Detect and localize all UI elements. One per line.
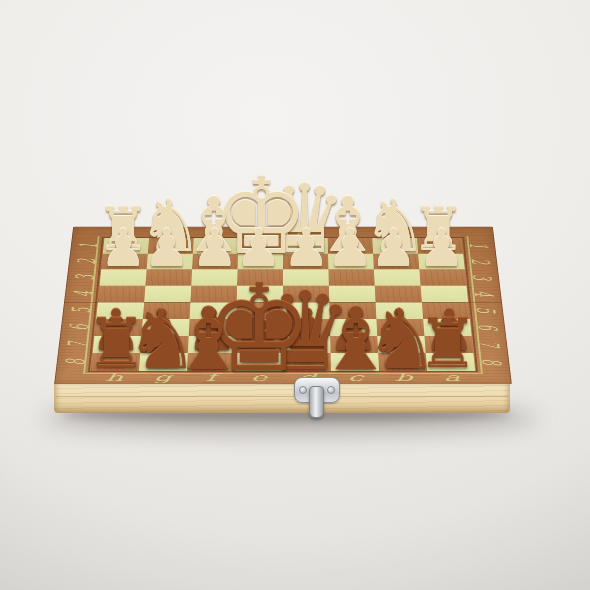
square-d1 (283, 238, 328, 254)
file-label-g: g (138, 371, 187, 384)
clasp-latch (294, 377, 340, 423)
square-g2 (147, 254, 193, 270)
square-e3 (237, 269, 283, 285)
square-g5 (143, 302, 191, 319)
square-c7 (330, 336, 378, 353)
rank-label-8: 8 (467, 356, 516, 369)
chess-board: hgfedcba hgfedcba 12345678 12345678 (54, 227, 512, 384)
square-g8 (139, 353, 188, 371)
square-b3 (374, 269, 421, 285)
square-f2 (192, 254, 238, 270)
rank-label-7: 7 (465, 338, 514, 350)
latch-hasp (309, 386, 324, 418)
square-b8 (378, 353, 427, 371)
square-d6 (283, 319, 330, 336)
square-b4 (375, 286, 422, 302)
square-e1 (238, 238, 283, 254)
square-c5 (329, 302, 376, 319)
square-d7 (283, 336, 331, 353)
square-c4 (329, 286, 376, 302)
square-f1 (193, 238, 238, 254)
file-label-f: f (186, 371, 235, 384)
rank-label-6: 6 (463, 321, 511, 333)
square-c3 (328, 269, 374, 285)
file-label-far-g: g (149, 227, 194, 238)
square-f5 (190, 302, 237, 319)
square-d8 (283, 353, 331, 371)
square-e5 (236, 302, 283, 319)
file-label-b: b (379, 371, 428, 384)
rank-label-2: 2 (63, 256, 110, 267)
square-b1 (372, 238, 418, 254)
rank-label-3: 3 (61, 272, 108, 283)
square-g4 (144, 286, 191, 302)
file-label-far-d: d (283, 227, 328, 238)
square-f6 (189, 319, 237, 336)
square-c1 (328, 238, 373, 254)
square-b7 (377, 336, 425, 353)
square-f8 (187, 353, 235, 371)
box-halves-seam (56, 396, 508, 397)
file-labels-near: hgfedcba (90, 371, 477, 384)
square-e2 (238, 254, 283, 270)
file-labels-far: hgfedcba (104, 227, 461, 238)
rank-label-4: 4 (460, 288, 507, 300)
file-label-far-f: f (194, 227, 239, 238)
rank-label-4: 4 (59, 288, 106, 300)
square-f3 (191, 269, 237, 285)
rank-label-7: 7 (52, 338, 101, 350)
rank-label-1: 1 (65, 240, 111, 251)
square-f7 (188, 336, 236, 353)
board-front-edge (54, 382, 510, 413)
file-label-a: a (427, 371, 476, 384)
rank-label-8: 8 (50, 356, 99, 369)
rank-label-6: 6 (54, 321, 102, 333)
screw-icon (299, 386, 307, 394)
square-e7 (235, 336, 283, 353)
square-g1 (148, 238, 194, 254)
square-c2 (328, 254, 374, 270)
file-label-far-a: a (416, 227, 461, 238)
square-e6 (236, 319, 283, 336)
file-label-far-c: c (327, 227, 372, 238)
file-label-far-b: b (372, 227, 417, 238)
square-e4 (237, 286, 283, 302)
chess-set-product-photo: hgfedcba hgfedcba 12345678 12345678 ♜♞♝♛… (0, 0, 590, 590)
square-d3 (283, 269, 329, 285)
square-c8 (331, 353, 379, 371)
file-label-h: h (90, 371, 139, 384)
square-b5 (376, 302, 424, 319)
screw-icon (327, 386, 335, 394)
rank-label-1: 1 (455, 240, 501, 251)
square-g6 (142, 319, 190, 336)
square-g7 (140, 336, 188, 353)
square-c6 (330, 319, 378, 336)
rank-label-5: 5 (462, 304, 510, 316)
rank-label-5: 5 (56, 304, 104, 316)
square-b2 (373, 254, 419, 270)
file-label-e: e (235, 371, 283, 384)
squares-grid (91, 238, 475, 371)
square-e8 (235, 353, 283, 371)
square-d2 (283, 254, 328, 270)
square-f4 (190, 286, 237, 302)
square-d5 (283, 302, 330, 319)
rank-label-3: 3 (458, 272, 505, 283)
file-label-far-h: h (104, 227, 149, 238)
square-b6 (376, 319, 424, 336)
square-d4 (283, 286, 329, 302)
rank-label-2: 2 (457, 256, 504, 267)
file-label-far-e: e (238, 227, 283, 238)
square-g3 (145, 269, 192, 285)
